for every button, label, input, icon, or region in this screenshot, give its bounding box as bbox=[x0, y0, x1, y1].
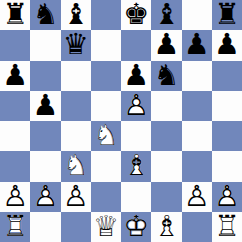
piece-white-pawn[interactable]: ♟♙ bbox=[61, 182, 91, 212]
piece-white-rook[interactable]: ♜♖ bbox=[212, 212, 242, 242]
square-c5[interactable] bbox=[61, 91, 91, 121]
square-d3[interactable] bbox=[91, 151, 121, 181]
piece-white-pawn[interactable]: ♟♙ bbox=[0, 182, 30, 212]
square-g6[interactable] bbox=[182, 61, 212, 91]
square-f6[interactable]: ♞♞ bbox=[151, 61, 181, 91]
piece-black-pawn[interactable]: ♟♟ bbox=[121, 61, 151, 91]
square-f5[interactable] bbox=[151, 91, 181, 121]
piece-white-bishop[interactable]: ♝♗ bbox=[151, 212, 181, 242]
square-g1[interactable] bbox=[182, 212, 212, 242]
square-f7[interactable]: ♟♟ bbox=[151, 30, 181, 60]
square-e7[interactable] bbox=[121, 30, 151, 60]
square-e2[interactable] bbox=[121, 182, 151, 212]
piece-black-pawn[interactable]: ♟♟ bbox=[212, 30, 242, 60]
square-a5[interactable] bbox=[0, 91, 30, 121]
chess-board: ♜♜♞♞♝♝♚♚♝♝♜♜♛♛♟♟♟♟♟♟♟♟♟♟♞♞♟♟♟♙♞♘♞♘♝♗♟♙♟♙… bbox=[0, 0, 242, 242]
piece-white-pawn[interactable]: ♟♙ bbox=[30, 182, 60, 212]
square-e4[interactable] bbox=[121, 121, 151, 151]
piece-white-pawn[interactable]: ♟♙ bbox=[212, 182, 242, 212]
piece-white-knight[interactable]: ♞♘ bbox=[91, 121, 121, 151]
square-h3[interactable] bbox=[212, 151, 242, 181]
piece-black-pawn[interactable]: ♟♟ bbox=[30, 91, 60, 121]
square-h6[interactable] bbox=[212, 61, 242, 91]
piece-black-pawn[interactable]: ♟♟ bbox=[182, 30, 212, 60]
piece-white-knight[interactable]: ♞♘ bbox=[61, 151, 91, 181]
square-h5[interactable] bbox=[212, 91, 242, 121]
piece-black-rook[interactable]: ♜♜ bbox=[212, 0, 242, 30]
square-f8[interactable]: ♝♝ bbox=[151, 0, 181, 30]
square-f3[interactable] bbox=[151, 151, 181, 181]
square-e8[interactable]: ♚♚ bbox=[121, 0, 151, 30]
square-f1[interactable]: ♝♗ bbox=[151, 212, 181, 242]
square-a7[interactable] bbox=[0, 30, 30, 60]
piece-white-pawn[interactable]: ♟♙ bbox=[121, 91, 151, 121]
square-a4[interactable] bbox=[0, 121, 30, 151]
square-h8[interactable]: ♜♜ bbox=[212, 0, 242, 30]
square-e6[interactable]: ♟♟ bbox=[121, 61, 151, 91]
square-c6[interactable] bbox=[61, 61, 91, 91]
square-b2[interactable]: ♟♙ bbox=[30, 182, 60, 212]
piece-black-knight[interactable]: ♞♞ bbox=[151, 61, 181, 91]
square-a1[interactable]: ♜♖ bbox=[0, 212, 30, 242]
square-a3[interactable] bbox=[0, 151, 30, 181]
square-d4[interactable]: ♞♘ bbox=[91, 121, 121, 151]
piece-black-queen[interactable]: ♛♛ bbox=[61, 30, 91, 60]
square-b1[interactable] bbox=[30, 212, 60, 242]
square-c7[interactable]: ♛♛ bbox=[61, 30, 91, 60]
piece-black-rook[interactable]: ♜♜ bbox=[0, 0, 30, 30]
square-e1[interactable]: ♚♔ bbox=[121, 212, 151, 242]
square-g8[interactable] bbox=[182, 0, 212, 30]
square-a2[interactable]: ♟♙ bbox=[0, 182, 30, 212]
square-e3[interactable]: ♝♗ bbox=[121, 151, 151, 181]
piece-black-bishop[interactable]: ♝♝ bbox=[151, 0, 181, 30]
piece-black-pawn[interactable]: ♟♟ bbox=[0, 61, 30, 91]
piece-black-pawn[interactable]: ♟♟ bbox=[151, 30, 181, 60]
piece-white-rook[interactable]: ♜♖ bbox=[0, 212, 30, 242]
square-b8[interactable]: ♞♞ bbox=[30, 0, 60, 30]
square-e5[interactable]: ♟♙ bbox=[121, 91, 151, 121]
piece-white-queen[interactable]: ♛♕ bbox=[91, 212, 121, 242]
square-b6[interactable] bbox=[30, 61, 60, 91]
square-c3[interactable]: ♞♘ bbox=[61, 151, 91, 181]
square-f2[interactable] bbox=[151, 182, 181, 212]
square-c1[interactable] bbox=[61, 212, 91, 242]
piece-black-bishop[interactable]: ♝♝ bbox=[61, 0, 91, 30]
square-h2[interactable]: ♟♙ bbox=[212, 182, 242, 212]
square-d5[interactable] bbox=[91, 91, 121, 121]
square-g3[interactable] bbox=[182, 151, 212, 181]
piece-black-knight[interactable]: ♞♞ bbox=[30, 0, 60, 30]
square-d7[interactable] bbox=[91, 30, 121, 60]
square-a6[interactable]: ♟♟ bbox=[0, 61, 30, 91]
piece-white-bishop[interactable]: ♝♗ bbox=[121, 151, 151, 181]
square-g4[interactable] bbox=[182, 121, 212, 151]
square-h7[interactable]: ♟♟ bbox=[212, 30, 242, 60]
piece-black-king[interactable]: ♚♚ bbox=[121, 0, 151, 30]
square-c2[interactable]: ♟♙ bbox=[61, 182, 91, 212]
square-b4[interactable] bbox=[30, 121, 60, 151]
square-g7[interactable]: ♟♟ bbox=[182, 30, 212, 60]
square-g5[interactable] bbox=[182, 91, 212, 121]
square-b7[interactable] bbox=[30, 30, 60, 60]
square-d1[interactable]: ♛♕ bbox=[91, 212, 121, 242]
square-g2[interactable]: ♟♙ bbox=[182, 182, 212, 212]
square-d6[interactable] bbox=[91, 61, 121, 91]
square-h1[interactable]: ♜♖ bbox=[212, 212, 242, 242]
square-b5[interactable]: ♟♟ bbox=[30, 91, 60, 121]
square-h4[interactable] bbox=[212, 121, 242, 151]
square-c8[interactable]: ♝♝ bbox=[61, 0, 91, 30]
square-f4[interactable] bbox=[151, 121, 181, 151]
piece-white-pawn[interactable]: ♟♙ bbox=[182, 182, 212, 212]
piece-white-king[interactable]: ♚♔ bbox=[121, 212, 151, 242]
square-a8[interactable]: ♜♜ bbox=[0, 0, 30, 30]
square-d2[interactable] bbox=[91, 182, 121, 212]
square-d8[interactable] bbox=[91, 0, 121, 30]
square-b3[interactable] bbox=[30, 151, 60, 181]
square-c4[interactable] bbox=[61, 121, 91, 151]
